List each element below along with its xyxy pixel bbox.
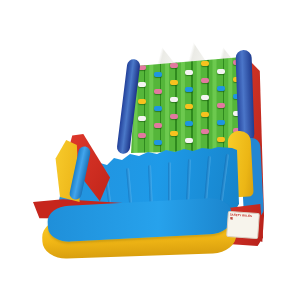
climbing-hold xyxy=(201,129,209,134)
climbing-hold xyxy=(170,97,178,102)
climbing-hold xyxy=(217,86,225,91)
climbing-hold xyxy=(185,104,193,109)
climbing-hold xyxy=(138,133,146,138)
climbing-hold xyxy=(201,95,209,100)
safety-rules-pictograms xyxy=(229,217,258,238)
climbing-hold xyxy=(217,120,225,125)
climbing-hold xyxy=(170,131,178,136)
front-landing-mat xyxy=(41,197,237,262)
climbing-hold xyxy=(170,63,178,68)
climbing-hold xyxy=(201,78,209,83)
climbing-hold xyxy=(154,106,162,111)
product-photo-inflatable-climbing-wall: SAFETY RULES xyxy=(0,0,300,300)
climbing-hold xyxy=(185,70,193,75)
climbing-hold xyxy=(217,137,225,142)
climbing-hold xyxy=(201,61,209,66)
climbing-hold xyxy=(185,87,193,92)
climbing-hold xyxy=(154,72,162,77)
climbing-hold xyxy=(154,140,162,145)
climbing-hold xyxy=(201,112,209,117)
climbing-hold xyxy=(138,82,146,87)
climbing-hold xyxy=(217,69,225,74)
safety-pictogram xyxy=(230,217,232,219)
climbing-hold xyxy=(170,80,178,85)
climbing-hold xyxy=(154,123,162,128)
safety-rules-sign: SAFETY RULES xyxy=(226,211,260,239)
right-side-tube xyxy=(235,50,254,143)
climbing-hold xyxy=(185,121,193,126)
climbing-hold xyxy=(138,99,146,104)
climbing-hold xyxy=(185,138,193,143)
climbing-hold xyxy=(154,89,162,94)
climbing-hold xyxy=(170,114,178,119)
climbing-hold xyxy=(217,103,225,108)
climbing-hold xyxy=(138,116,146,121)
